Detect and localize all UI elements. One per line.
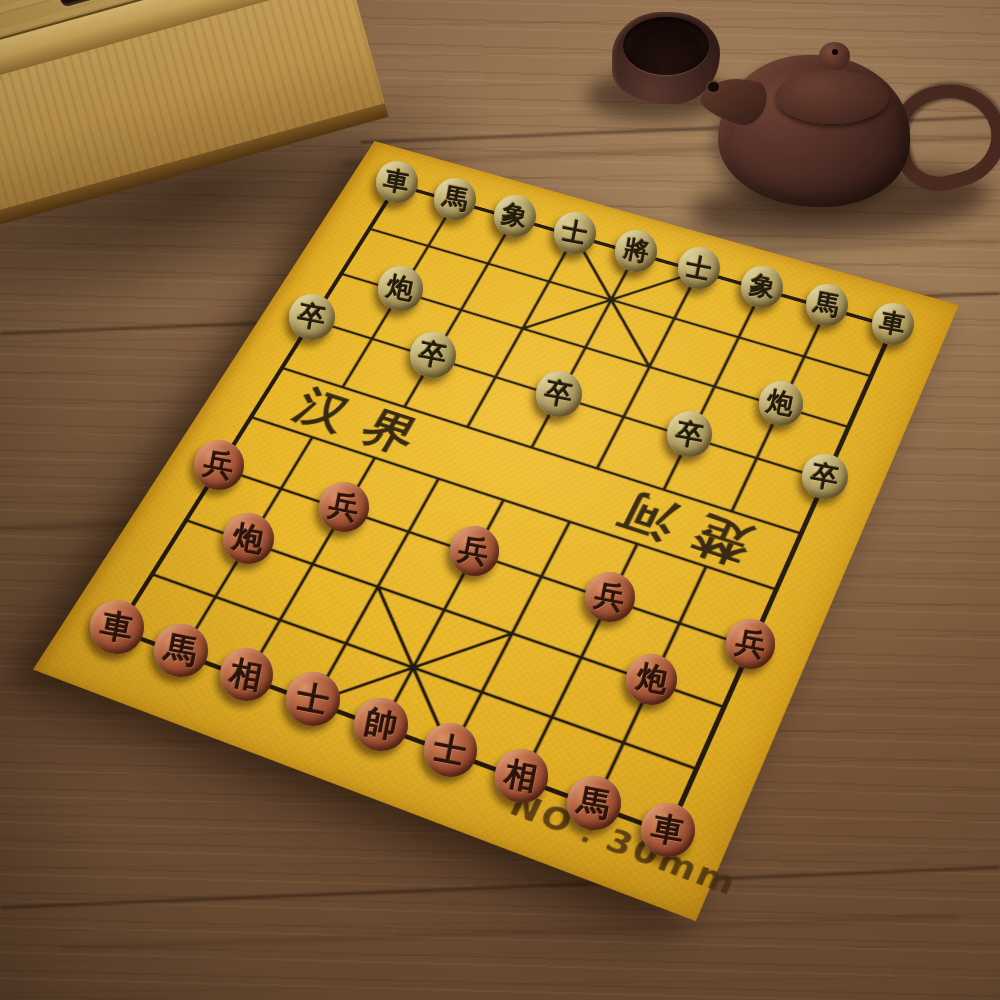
piece-black-soldier[interactable]: 卒 (667, 411, 713, 457)
piece-glyph: 車 (878, 309, 908, 339)
piece-glyph: 士 (560, 218, 590, 248)
piece-black-horse[interactable]: 馬 (806, 284, 848, 326)
piece-red-horse[interactable]: 馬 (567, 776, 621, 830)
piece-glyph: 卒 (543, 378, 575, 410)
piece-glyph: 車 (649, 811, 687, 849)
piece-black-elephant[interactable]: 象 (741, 266, 783, 308)
piece-black-soldier[interactable]: 卒 (802, 454, 848, 500)
piece-red-horse[interactable]: 馬 (154, 624, 208, 678)
piece-red-advisor[interactable]: 士 (424, 723, 478, 777)
piece-red-cannon[interactable]: 炮 (626, 654, 677, 705)
piece-glyph: 車 (382, 167, 412, 197)
piece-black-cannon[interactable]: 炮 (759, 381, 804, 426)
piece-glyph: 兵 (592, 579, 627, 614)
piece-red-chariot[interactable]: 車 (641, 803, 695, 857)
piece-black-soldier[interactable]: 卒 (536, 371, 582, 417)
piece-black-advisor[interactable]: 士 (554, 212, 596, 254)
piece-glyph: 炮 (634, 661, 670, 697)
piece-red-advisor[interactable]: 士 (286, 672, 340, 726)
piece-black-advisor[interactable]: 士 (678, 247, 720, 289)
piece-black-elephant[interactable]: 象 (494, 195, 536, 237)
piece-glyph: 卒 (809, 460, 841, 492)
piece-red-soldier[interactable]: 兵 (194, 440, 244, 490)
piece-glyph: 車 (98, 608, 136, 646)
piece-red-soldier[interactable]: 兵 (450, 526, 500, 576)
piece-black-chariot[interactable]: 車 (376, 161, 418, 203)
piece-glyph: 馬 (440, 184, 470, 214)
piece-glyph: 兵 (327, 490, 362, 525)
piece-glyph: 炮 (231, 521, 267, 557)
piece-glyph: 相 (227, 656, 265, 694)
piece-glyph: 兵 (733, 627, 768, 662)
piece-red-soldier[interactable]: 兵 (585, 572, 635, 622)
pieces-layer: 車馬象士將士象馬車炮炮卒卒卒卒卒兵兵兵兵兵炮炮車馬相士帥士相馬車 (0, 0, 1000, 1000)
piece-black-horse[interactable]: 馬 (434, 178, 476, 220)
piece-glyph: 卒 (673, 418, 705, 450)
piece-red-elephant[interactable]: 相 (495, 749, 549, 803)
piece-glyph: 卒 (296, 301, 328, 333)
piece-glyph: 卒 (417, 339, 449, 371)
piece-glyph: 士 (684, 254, 714, 284)
photo-scene: 汉界 楚河 NO：30mm 車馬象士將士象馬車炮炮卒卒卒卒卒兵兵兵兵兵炮炮車馬相… (0, 0, 1000, 1000)
piece-red-soldier[interactable]: 兵 (726, 619, 776, 669)
piece-glyph: 馬 (162, 632, 200, 670)
piece-black-soldier[interactable]: 卒 (410, 332, 456, 378)
piece-glyph: 馬 (575, 784, 613, 822)
piece-glyph: 兵 (201, 447, 236, 482)
piece-glyph: 馬 (812, 290, 842, 320)
piece-red-soldier[interactable]: 兵 (319, 482, 369, 532)
piece-black-chariot[interactable]: 車 (872, 303, 914, 345)
piece-black-general[interactable]: 將 (615, 230, 657, 272)
piece-glyph: 士 (432, 731, 470, 769)
piece-red-cannon[interactable]: 炮 (223, 513, 274, 564)
piece-black-soldier[interactable]: 卒 (289, 294, 335, 340)
piece-black-cannon[interactable]: 炮 (378, 266, 423, 311)
piece-red-chariot[interactable]: 車 (90, 600, 144, 654)
piece-glyph: 兵 (457, 533, 492, 568)
piece-glyph: 炮 (385, 273, 416, 304)
piece-red-general[interactable]: 帥 (354, 698, 408, 752)
piece-glyph: 相 (503, 757, 541, 795)
piece-glyph: 象 (500, 201, 530, 231)
piece-glyph: 象 (747, 272, 777, 302)
piece-glyph: 帥 (362, 705, 400, 743)
piece-glyph: 炮 (765, 388, 796, 419)
piece-glyph: 士 (294, 680, 332, 718)
piece-red-elephant[interactable]: 相 (220, 648, 274, 702)
piece-glyph: 將 (621, 236, 651, 266)
